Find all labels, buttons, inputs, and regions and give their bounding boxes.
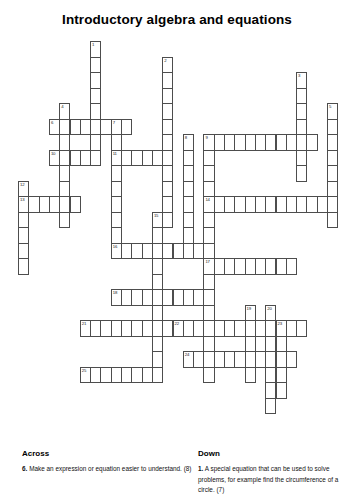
crossword-cell[interactable] [203,289,214,306]
cell-number: 5 [329,104,331,109]
crossword-cell[interactable] [90,57,101,74]
crossword-cell[interactable]: 4 [59,103,70,120]
crossword-cell[interactable] [18,212,29,229]
crossword-cell[interactable] [203,227,214,244]
crossword-cell[interactable] [111,227,122,244]
cell-number: 2 [164,58,166,63]
crossword-cell[interactable] [162,165,173,182]
crossword-cell[interactable] [59,134,70,151]
crossword-cell[interactable] [265,398,276,415]
crossword-cell[interactable] [203,165,214,182]
crossword-cell[interactable]: 15 [152,212,163,229]
crossword-cell[interactable] [162,103,173,120]
crossword-cell[interactable] [327,181,338,198]
worksheet-page: Introductory algebra and equations 67910… [0,0,354,500]
crossword-cell[interactable] [203,150,214,167]
crossword-cell[interactable] [152,274,163,291]
crossword-cell[interactable] [327,212,338,229]
crossword-cell[interactable] [203,336,214,353]
crossword-cell[interactable] [152,258,163,275]
crossword-cell[interactable] [203,212,214,229]
crossword-cell[interactable]: 19 [245,305,256,322]
clue-text: A special equation that can be used to s… [198,465,338,493]
crossword-cell[interactable] [18,243,29,260]
clue-number: 1. [198,465,203,472]
crossword-cell[interactable] [59,165,70,182]
crossword-cell[interactable] [276,382,287,399]
crossword-cell[interactable] [245,336,256,353]
cell-number: 15 [154,213,158,218]
across-heading: Across [22,449,192,458]
crossword-cell[interactable] [183,212,194,229]
crossword-cell[interactable] [162,181,173,198]
crossword-cell[interactable] [90,72,101,89]
crossword-cell[interactable]: 5 [327,103,338,120]
crossword-cell[interactable] [152,227,163,244]
cell-number: 6 [51,120,53,125]
crossword-cell[interactable] [183,196,194,213]
crossword-cell[interactable] [183,165,194,182]
crossword-cell[interactable] [306,134,317,151]
clue-number: 6. [22,465,27,472]
crossword-cell[interactable] [296,119,307,136]
cell-number: 17 [205,259,209,264]
crossword-cell[interactable] [296,165,307,182]
crossword-cell[interactable]: 2 [162,57,173,74]
crossword-cell[interactable] [70,196,81,213]
across-clues-section: Across 6. Make an expression or equation… [22,449,192,475]
crossword-cell[interactable] [152,305,163,322]
crossword-cell[interactable] [111,196,122,213]
clue-text: Make an expression or equation easier to… [29,465,191,472]
crossword-cell[interactable] [90,88,101,105]
crossword-cell[interactable] [203,243,214,260]
crossword-cell[interactable] [203,367,214,384]
crossword-cell[interactable] [90,150,101,167]
cell-number: 4 [61,104,63,109]
crossword-cell[interactable] [203,274,214,291]
down-heading: Down [198,449,348,458]
crossword-cell[interactable] [327,134,338,151]
clue-down-1: 1. A special equation that can be used t… [198,464,348,496]
crossword-cell[interactable] [245,367,256,384]
crossword-cell[interactable] [90,103,101,120]
crossword-cell[interactable] [183,227,194,244]
cell-number: 20 [267,306,271,311]
crossword-cell[interactable] [152,367,163,384]
crossword-cell[interactable] [162,119,173,136]
crossword-cell[interactable] [296,320,307,337]
cell-number: 8 [185,135,187,140]
cell-number: 25 [82,368,86,373]
crossword-cell[interactable] [276,367,287,384]
crossword-cell[interactable] [162,88,173,105]
cell-number: 10 [51,151,55,156]
crossword-cell[interactable] [111,212,122,229]
crossword-cell[interactable] [183,150,194,167]
crossword-cell[interactable] [203,181,214,198]
crossword-cell[interactable] [162,134,173,151]
crossword-cell[interactable] [162,212,173,229]
crossword-cell[interactable]: 3 [296,72,307,89]
cell-number: 11 [113,151,117,156]
crossword-cell[interactable] [162,150,173,167]
cell-number: 12 [20,182,24,187]
crossword-cell[interactable] [152,336,163,353]
down-clues-section: Down 1. A special equation that can be u… [198,449,348,496]
crossword-cell[interactable]: 8 [183,134,194,151]
cell-number: 18 [113,290,117,295]
crossword-cell[interactable] [59,181,70,198]
crossword-cell[interactable] [162,72,173,89]
crossword-cell[interactable] [18,227,29,244]
crossword-cell[interactable] [296,103,307,120]
crossword-cell[interactable] [296,88,307,105]
crossword-cell[interactable] [327,165,338,182]
crossword-cell[interactable] [286,351,297,368]
crossword-cell[interactable] [203,305,214,322]
crossword-cell[interactable] [111,181,122,198]
crossword-cell[interactable] [162,196,173,213]
cell-number: 3 [298,73,300,78]
crossword-cell[interactable] [183,181,194,198]
crossword-cell[interactable]: 12 [18,181,29,198]
cell-number: 21 [82,321,86,326]
crossword-grid: 6791011131416171821222324251234581215192… [0,0,354,440]
cell-number: 1 [92,42,94,47]
cell-number: 9 [205,135,207,140]
crossword-cell[interactable] [152,351,163,368]
cell-number: 19 [247,306,251,311]
clue-across-6: 6. Make an expression or equation easier… [22,464,192,475]
cell-number: 24 [185,352,189,357]
crossword-cell[interactable] [121,119,132,136]
crossword-cell[interactable] [90,134,101,151]
crossword-cell[interactable] [296,150,307,167]
crossword-cell[interactable] [59,212,70,229]
crossword-cell[interactable] [286,258,297,275]
crossword-cell[interactable]: 20 [265,305,276,322]
cell-number: 16 [113,244,117,249]
cell-number: 14 [205,197,209,202]
cell-number: 7 [113,120,115,125]
cell-number: 13 [20,197,24,202]
cell-number: 23 [278,321,282,326]
crossword-cell[interactable]: 1 [90,41,101,58]
crossword-cell[interactable] [18,258,29,275]
crossword-cell[interactable] [276,336,287,353]
crossword-cell[interactable] [327,196,338,213]
crossword-cell[interactable] [327,150,338,167]
cell-number: 22 [175,321,179,326]
crossword-cell[interactable] [327,119,338,136]
crossword-cell[interactable] [111,165,122,182]
crossword-cell[interactable] [111,134,122,151]
